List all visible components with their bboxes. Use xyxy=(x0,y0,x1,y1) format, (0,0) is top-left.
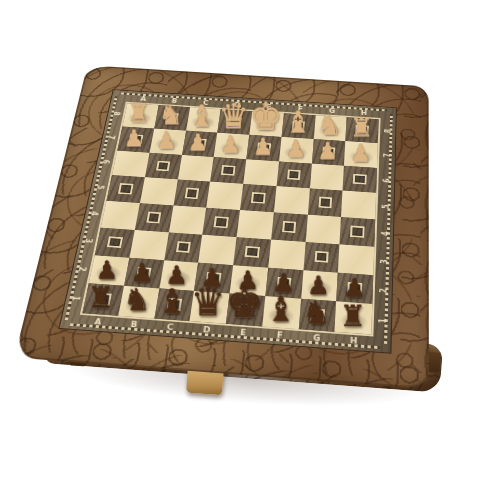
square-e6[interactable] xyxy=(243,159,279,186)
square-g7[interactable]: ♟ xyxy=(311,139,345,166)
square-b3[interactable] xyxy=(129,230,168,260)
square-e1[interactable]: ♚ xyxy=(226,294,265,327)
white-knight-b8[interactable]: ♞ xyxy=(158,102,183,127)
square-b4[interactable] xyxy=(135,203,173,232)
coordinate-label-5: 5 xyxy=(83,183,118,192)
coordinate-label-5: 5 xyxy=(368,202,402,211)
square-inlay-decoration xyxy=(221,165,235,176)
square-a4[interactable] xyxy=(101,201,140,230)
square-e3[interactable] xyxy=(233,237,271,267)
white-pawn-e7[interactable]: ♟ xyxy=(252,136,273,157)
black-queen-d1[interactable]: ♛ xyxy=(191,284,226,320)
black-knight-b1[interactable]: ♞ xyxy=(123,286,151,315)
black-pawn-h2[interactable]: ♟ xyxy=(343,277,366,300)
white-pawn-f7[interactable]: ♟ xyxy=(285,139,306,160)
square-inlay-decoration xyxy=(314,251,329,263)
square-g3[interactable] xyxy=(303,242,340,273)
square-g4[interactable] xyxy=(305,215,341,244)
coordinate-label-f: F xyxy=(261,330,298,341)
white-pawn-b7[interactable]: ♟ xyxy=(156,130,177,151)
square-inlay-decoration xyxy=(350,226,364,238)
square-f5[interactable] xyxy=(274,186,310,214)
black-pawn-a2[interactable]: ♟ xyxy=(95,259,118,282)
square-inlay-decoration xyxy=(251,192,266,203)
square-c3[interactable] xyxy=(164,232,203,262)
square-f4[interactable] xyxy=(271,212,308,241)
square-b5[interactable] xyxy=(140,177,178,205)
square-e5[interactable] xyxy=(240,184,276,212)
coordinate-label-7: 7 xyxy=(94,133,127,141)
coordinate-label-8: 8 xyxy=(100,109,133,117)
square-d1[interactable]: ♛ xyxy=(190,291,230,324)
square-inlay-decoration xyxy=(118,183,133,194)
black-bishop-f1[interactable]: ♝ xyxy=(265,294,295,325)
square-f3[interactable] xyxy=(268,239,305,269)
square-c7[interactable]: ♟ xyxy=(182,130,218,156)
square-inlay-decoration xyxy=(214,216,229,228)
square-inlay-decoration xyxy=(245,246,260,258)
square-e7[interactable]: ♟ xyxy=(246,135,281,161)
white-knight-g8[interactable]: ♞ xyxy=(317,112,342,137)
square-inlay-decoration xyxy=(146,212,161,224)
black-bishop-c1[interactable]: ♝ xyxy=(157,287,187,318)
square-g6[interactable] xyxy=(309,163,344,191)
white-pawn-c7[interactable]: ♟ xyxy=(188,132,209,153)
square-inlay-decoration xyxy=(282,221,297,233)
white-pawn-d7[interactable]: ♟ xyxy=(220,134,241,155)
square-f1[interactable]: ♝ xyxy=(262,296,301,329)
square-h4[interactable] xyxy=(340,217,376,247)
square-g1[interactable]: ♞ xyxy=(298,299,336,332)
square-d7[interactable]: ♟ xyxy=(214,133,249,159)
black-rook-h1[interactable]: ♜ xyxy=(340,304,366,331)
square-d3[interactable] xyxy=(198,235,236,265)
square-inlay-decoration xyxy=(184,188,199,199)
coordinate-label-6: 6 xyxy=(89,157,123,166)
square-h1[interactable]: ♜ xyxy=(335,302,373,335)
square-inlay-decoration xyxy=(353,174,367,185)
white-rook-h8[interactable]: ♜ xyxy=(350,116,373,140)
chess-set-photo: ABCDEFGH ABCDEFGH 87654321 87654321 ♜♞♝♛… xyxy=(0,0,500,500)
square-c1[interactable]: ♝ xyxy=(154,289,194,321)
black-rook-a1[interactable]: ♜ xyxy=(88,285,114,312)
square-inlay-decoration xyxy=(318,197,332,208)
square-c5[interactable] xyxy=(173,180,210,208)
square-f6[interactable] xyxy=(276,161,311,188)
square-a1[interactable]: ♜ xyxy=(82,283,123,315)
square-inlay-decoration xyxy=(156,160,171,171)
square-d4[interactable] xyxy=(203,208,240,237)
black-knight-g1[interactable]: ♞ xyxy=(303,299,331,328)
square-inlay-decoration xyxy=(107,236,123,248)
square-h3[interactable] xyxy=(338,244,374,275)
square-f7[interactable]: ♟ xyxy=(279,137,314,164)
white-pawn-h7[interactable]: ♟ xyxy=(350,143,371,164)
square-b7[interactable]: ♟ xyxy=(149,128,185,154)
square-b1[interactable]: ♞ xyxy=(118,286,159,318)
square-d5[interactable] xyxy=(206,182,243,210)
carved-frame: ABCDEFGH ABCDEFGH 87654321 87654321 ♜♞♝♛… xyxy=(14,65,428,389)
square-inlay-decoration xyxy=(176,241,191,253)
square-c6[interactable] xyxy=(177,155,214,182)
playing-field: ABCDEFGH ABCDEFGH 87654321 87654321 ♜♞♝♛… xyxy=(58,89,396,353)
square-c4[interactable] xyxy=(168,205,206,234)
square-inlay-decoration xyxy=(287,169,301,180)
square-e4[interactable] xyxy=(237,210,274,239)
white-pawn-g7[interactable]: ♟ xyxy=(318,141,339,162)
coordinate-label-e: E xyxy=(224,327,262,338)
black-king-e1[interactable]: ♚ xyxy=(225,284,263,323)
square-d6[interactable] xyxy=(210,157,246,184)
square-b6[interactable] xyxy=(145,152,182,179)
square-a3[interactable] xyxy=(95,227,135,257)
square-g5[interactable] xyxy=(307,188,342,216)
